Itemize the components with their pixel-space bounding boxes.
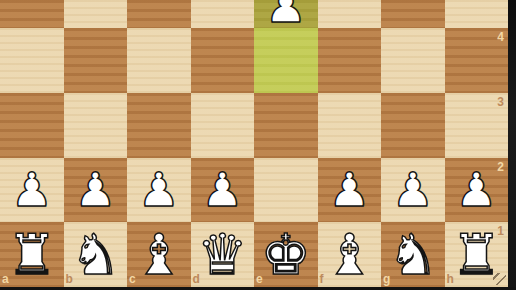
file-label-b: b <box>66 273 73 285</box>
white-knight-piece[interactable]: ♞ <box>64 222 128 287</box>
white-pawn-piece[interactable]: ♟ <box>127 158 191 223</box>
square-f2[interactable]: ♟ <box>318 158 382 223</box>
chess-board: ♟43♟♟♟♟♟♟♟2♜a♞b♝c♛d♚e♝f♞g♜1h <box>0 0 508 287</box>
square-a4[interactable] <box>0 28 64 93</box>
rank-label-2: 2 <box>497 161 504 173</box>
white-queen-piece[interactable]: ♛ <box>191 222 255 287</box>
square-e3[interactable] <box>254 93 318 158</box>
white-pawn-piece[interactable]: ♟ <box>254 0 318 28</box>
square-a3[interactable] <box>0 93 64 158</box>
square-g1[interactable]: ♞g <box>381 222 445 287</box>
rank-label-3: 3 <box>497 96 504 108</box>
square-c1[interactable]: ♝c <box>127 222 191 287</box>
app-window: ♟43♟♟♟♟♟♟♟2♜a♞b♝c♛d♚e♝f♞g♜1h <box>0 0 516 290</box>
square-a5[interactable] <box>0 0 64 28</box>
square-c3[interactable] <box>127 93 191 158</box>
file-label-f: f <box>320 273 324 285</box>
file-label-e: e <box>256 273 263 285</box>
rank-label-1: 1 <box>497 225 504 237</box>
square-c2[interactable]: ♟ <box>127 158 191 223</box>
white-pawn-piece[interactable]: ♟ <box>64 158 128 223</box>
square-d1[interactable]: ♛d <box>191 222 255 287</box>
square-a2[interactable]: ♟ <box>0 158 64 223</box>
file-label-c: c <box>129 273 136 285</box>
file-label-d: d <box>193 273 200 285</box>
square-a1[interactable]: ♜a <box>0 222 64 287</box>
square-e4[interactable] <box>254 28 318 93</box>
square-f5[interactable] <box>318 0 382 28</box>
square-d4[interactable] <box>191 28 255 93</box>
white-pawn-piece[interactable]: ♟ <box>318 158 382 223</box>
white-rook-piece[interactable]: ♜ <box>0 222 64 287</box>
square-g5[interactable] <box>381 0 445 28</box>
right-frame-edge <box>508 0 516 290</box>
square-h3[interactable]: 3 <box>445 93 509 158</box>
square-e1[interactable]: ♚e <box>254 222 318 287</box>
square-e5[interactable]: ♟ <box>254 0 318 28</box>
rank-label-4: 4 <box>497 31 504 43</box>
square-b4[interactable] <box>64 28 128 93</box>
white-king-piece[interactable]: ♚ <box>254 222 318 287</box>
square-b3[interactable] <box>64 93 128 158</box>
square-g3[interactable] <box>381 93 445 158</box>
square-f4[interactable] <box>318 28 382 93</box>
square-h4[interactable]: 4 <box>445 28 509 93</box>
white-bishop-piece[interactable]: ♝ <box>127 222 191 287</box>
file-label-h: h <box>447 273 454 285</box>
white-pawn-piece[interactable]: ♟ <box>0 158 64 223</box>
square-b5[interactable] <box>64 0 128 28</box>
square-f3[interactable] <box>318 93 382 158</box>
square-d2[interactable]: ♟ <box>191 158 255 223</box>
board-resize-handle[interactable] <box>493 273 506 285</box>
square-f1[interactable]: ♝f <box>318 222 382 287</box>
square-d5[interactable] <box>191 0 255 28</box>
white-bishop-piece[interactable]: ♝ <box>318 222 382 287</box>
white-pawn-piece[interactable]: ♟ <box>191 158 255 223</box>
square-h5[interactable] <box>445 0 509 28</box>
square-b1[interactable]: ♞b <box>64 222 128 287</box>
square-b2[interactable]: ♟ <box>64 158 128 223</box>
white-knight-piece[interactable]: ♞ <box>381 222 445 287</box>
square-e2[interactable] <box>254 158 318 223</box>
square-c5[interactable] <box>127 0 191 28</box>
white-pawn-piece[interactable]: ♟ <box>381 158 445 223</box>
square-g2[interactable]: ♟ <box>381 158 445 223</box>
file-label-g: g <box>383 273 390 285</box>
square-h2[interactable]: ♟2 <box>445 158 509 223</box>
file-label-a: a <box>2 273 9 285</box>
square-g4[interactable] <box>381 28 445 93</box>
square-d3[interactable] <box>191 93 255 158</box>
square-c4[interactable] <box>127 28 191 93</box>
